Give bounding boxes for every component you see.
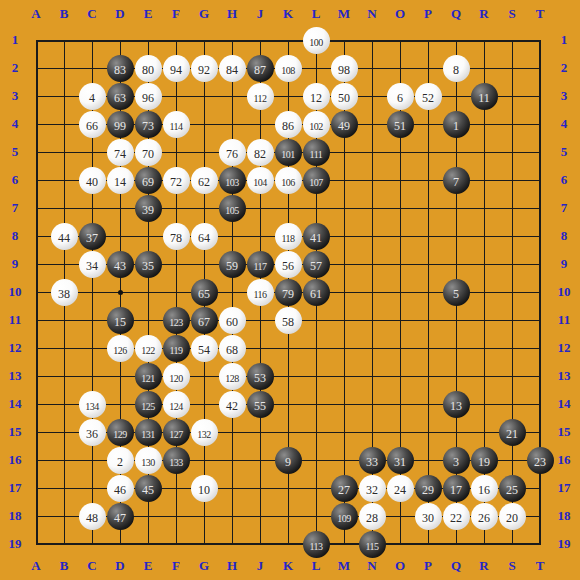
col-label-bottom-B: B bbox=[50, 559, 78, 573]
stone-white-J3[interactable]: 112 bbox=[247, 83, 274, 110]
move-number: 12 bbox=[310, 85, 322, 112]
col-label-top-Q: Q bbox=[442, 7, 470, 21]
row-label-right-12: 12 bbox=[550, 341, 578, 355]
stone-black-Q14[interactable]: 13 bbox=[443, 391, 470, 418]
stone-black-Q10[interactable]: 5 bbox=[443, 279, 470, 306]
move-number: 51 bbox=[394, 113, 406, 140]
move-number: 120 bbox=[169, 365, 183, 392]
move-number: 26 bbox=[478, 505, 490, 532]
move-number: 41 bbox=[310, 225, 322, 252]
stone-white-C14[interactable]: 134 bbox=[79, 391, 106, 418]
move-number: 44 bbox=[58, 225, 70, 252]
move-number: 30 bbox=[422, 505, 434, 532]
stone-black-L9[interactable]: 57 bbox=[303, 251, 330, 278]
row-label-left-1: 1 bbox=[1, 33, 29, 47]
col-label-bottom-O: O bbox=[386, 559, 414, 573]
stone-white-C15[interactable]: 36 bbox=[79, 419, 106, 446]
col-label-bottom-C: C bbox=[78, 559, 106, 573]
col-label-top-R: R bbox=[470, 7, 498, 21]
col-label-bottom-N: N bbox=[358, 559, 386, 573]
row-label-right-2: 2 bbox=[550, 61, 578, 75]
row-label-right-5: 5 bbox=[550, 145, 578, 159]
stone-black-K16[interactable]: 9 bbox=[275, 447, 302, 474]
move-number: 125 bbox=[141, 393, 155, 420]
row-label-right-11: 11 bbox=[550, 313, 578, 327]
stone-white-H11[interactable]: 60 bbox=[219, 307, 246, 334]
move-number: 42 bbox=[226, 393, 238, 420]
move-number: 74 bbox=[114, 141, 126, 168]
grid-vline bbox=[428, 40, 429, 545]
stone-black-E9[interactable]: 35 bbox=[135, 251, 162, 278]
row-label-left-19: 19 bbox=[1, 537, 29, 551]
row-label-left-4: 4 bbox=[1, 117, 29, 131]
move-number: 124 bbox=[169, 393, 183, 420]
move-number: 130 bbox=[141, 449, 155, 476]
move-number: 63 bbox=[114, 85, 126, 112]
move-number: 108 bbox=[281, 57, 295, 84]
col-label-top-K: K bbox=[274, 7, 302, 21]
move-number: 20 bbox=[506, 505, 518, 532]
stone-white-L3[interactable]: 12 bbox=[303, 83, 330, 110]
col-label-bottom-K: K bbox=[274, 559, 302, 573]
move-number: 127 bbox=[169, 421, 183, 448]
move-number: 45 bbox=[142, 477, 154, 504]
col-label-bottom-E: E bbox=[134, 559, 162, 573]
row-label-left-16: 16 bbox=[1, 453, 29, 467]
move-number: 40 bbox=[86, 169, 98, 196]
move-number: 128 bbox=[225, 365, 239, 392]
stone-black-F11[interactable]: 123 bbox=[163, 307, 190, 334]
move-number: 61 bbox=[310, 281, 322, 308]
stone-white-K9[interactable]: 56 bbox=[275, 251, 302, 278]
stone-white-K2[interactable]: 108 bbox=[275, 55, 302, 82]
stone-white-C6[interactable]: 40 bbox=[79, 167, 106, 194]
stone-black-F15[interactable]: 127 bbox=[163, 419, 190, 446]
stone-black-E15[interactable]: 131 bbox=[135, 419, 162, 446]
stone-black-Q6[interactable]: 7 bbox=[443, 167, 470, 194]
col-label-bottom-L: L bbox=[302, 559, 330, 573]
stone-black-E13[interactable]: 121 bbox=[135, 363, 162, 390]
stone-black-J9[interactable]: 117 bbox=[247, 251, 274, 278]
move-number: 49 bbox=[338, 113, 350, 140]
move-number: 117 bbox=[253, 253, 266, 280]
col-label-bottom-S: S bbox=[498, 559, 526, 573]
stone-black-J13[interactable]: 53 bbox=[247, 363, 274, 390]
stone-black-L10[interactable]: 61 bbox=[303, 279, 330, 306]
stone-white-B8[interactable]: 44 bbox=[51, 223, 78, 250]
stone-white-J6[interactable]: 104 bbox=[247, 167, 274, 194]
move-number: 126 bbox=[113, 337, 127, 364]
stone-black-E6[interactable]: 69 bbox=[135, 167, 162, 194]
move-number: 13 bbox=[450, 393, 462, 420]
col-label-top-E: E bbox=[134, 7, 162, 21]
stone-black-T16[interactable]: 23 bbox=[527, 447, 554, 474]
move-number: 39 bbox=[142, 197, 154, 224]
stone-white-M3[interactable]: 50 bbox=[331, 83, 358, 110]
stone-white-F6[interactable]: 72 bbox=[163, 167, 190, 194]
row-label-right-7: 7 bbox=[550, 201, 578, 215]
stone-black-E17[interactable]: 45 bbox=[135, 475, 162, 502]
move-number: 98 bbox=[338, 57, 350, 84]
row-label-right-16: 16 bbox=[550, 453, 578, 467]
stone-black-L19[interactable]: 113 bbox=[303, 531, 330, 558]
move-number: 96 bbox=[142, 85, 154, 112]
stone-black-G10[interactable]: 65 bbox=[191, 279, 218, 306]
stone-black-C8[interactable]: 37 bbox=[79, 223, 106, 250]
row-label-right-8: 8 bbox=[550, 229, 578, 243]
move-number: 29 bbox=[422, 477, 434, 504]
stone-white-D17[interactable]: 46 bbox=[107, 475, 134, 502]
row-label-right-14: 14 bbox=[550, 397, 578, 411]
move-number: 86 bbox=[282, 113, 294, 140]
stone-white-G6[interactable]: 62 bbox=[191, 167, 218, 194]
col-label-bottom-T: T bbox=[526, 559, 554, 573]
stone-white-N18[interactable]: 28 bbox=[359, 503, 386, 530]
move-number: 28 bbox=[366, 505, 378, 532]
move-number: 76 bbox=[226, 141, 238, 168]
stone-white-S18[interactable]: 20 bbox=[499, 503, 526, 530]
row-label-right-10: 10 bbox=[550, 285, 578, 299]
move-number: 27 bbox=[338, 477, 350, 504]
move-number: 92 bbox=[198, 57, 210, 84]
stone-black-S15[interactable]: 21 bbox=[499, 419, 526, 446]
move-number: 87 bbox=[254, 57, 266, 84]
col-label-top-H: H bbox=[218, 7, 246, 21]
move-number: 1 bbox=[453, 113, 459, 140]
move-number: 54 bbox=[198, 337, 210, 364]
move-number: 109 bbox=[337, 505, 351, 532]
stone-white-G2[interactable]: 92 bbox=[191, 55, 218, 82]
stone-white-G12[interactable]: 54 bbox=[191, 335, 218, 362]
col-label-bottom-M: M bbox=[330, 559, 358, 573]
stone-white-B10[interactable]: 38 bbox=[51, 279, 78, 306]
col-label-top-T: T bbox=[526, 7, 554, 21]
move-number: 113 bbox=[309, 533, 322, 560]
move-number: 31 bbox=[394, 449, 406, 476]
move-number: 101 bbox=[281, 141, 295, 168]
stone-white-R18[interactable]: 26 bbox=[471, 503, 498, 530]
move-number: 66 bbox=[86, 113, 98, 140]
move-number: 8 bbox=[453, 57, 459, 84]
row-label-left-10: 10 bbox=[1, 285, 29, 299]
row-label-left-13: 13 bbox=[1, 369, 29, 383]
stone-white-E12[interactable]: 122 bbox=[135, 335, 162, 362]
stone-black-H7[interactable]: 105 bbox=[219, 195, 246, 222]
stone-black-F16[interactable]: 133 bbox=[163, 447, 190, 474]
stone-black-M4[interactable]: 49 bbox=[331, 111, 358, 138]
col-label-top-N: N bbox=[358, 7, 386, 21]
row-label-left-5: 5 bbox=[1, 145, 29, 159]
stone-black-K5[interactable]: 101 bbox=[275, 139, 302, 166]
move-number: 62 bbox=[198, 169, 210, 196]
move-number: 32 bbox=[366, 477, 378, 504]
row-label-left-17: 17 bbox=[1, 481, 29, 495]
stone-white-H5[interactable]: 76 bbox=[219, 139, 246, 166]
stone-white-D12[interactable]: 126 bbox=[107, 335, 134, 362]
stone-white-Q18[interactable]: 22 bbox=[443, 503, 470, 530]
row-label-left-8: 8 bbox=[1, 229, 29, 243]
stone-black-D9[interactable]: 43 bbox=[107, 251, 134, 278]
stone-white-H12[interactable]: 68 bbox=[219, 335, 246, 362]
move-number: 123 bbox=[169, 309, 183, 336]
stone-white-Q2[interactable]: 8 bbox=[443, 55, 470, 82]
move-number: 35 bbox=[142, 253, 154, 280]
col-label-top-B: B bbox=[50, 7, 78, 21]
col-label-top-O: O bbox=[386, 7, 414, 21]
move-number: 55 bbox=[254, 393, 266, 420]
move-number: 111 bbox=[310, 141, 323, 168]
move-number: 105 bbox=[225, 197, 239, 224]
stone-black-D2[interactable]: 83 bbox=[107, 55, 134, 82]
row-label-left-14: 14 bbox=[1, 397, 29, 411]
move-number: 116 bbox=[253, 281, 266, 308]
stone-black-Q17[interactable]: 17 bbox=[443, 475, 470, 502]
col-label-bottom-A: A bbox=[22, 559, 50, 573]
move-number: 69 bbox=[142, 169, 154, 196]
stone-black-L5[interactable]: 111 bbox=[303, 139, 330, 166]
row-label-left-3: 3 bbox=[1, 89, 29, 103]
move-number: 43 bbox=[114, 253, 126, 280]
stone-white-D6[interactable]: 14 bbox=[107, 167, 134, 194]
stone-black-O4[interactable]: 51 bbox=[387, 111, 414, 138]
stone-black-D4[interactable]: 99 bbox=[107, 111, 134, 138]
row-label-right-1: 1 bbox=[550, 33, 578, 47]
stone-black-O16[interactable]: 31 bbox=[387, 447, 414, 474]
row-label-left-2: 2 bbox=[1, 61, 29, 75]
move-number: 68 bbox=[226, 337, 238, 364]
stone-white-P3[interactable]: 52 bbox=[415, 83, 442, 110]
stone-white-L1[interactable]: 100 bbox=[303, 27, 330, 54]
go-board-diagram: AABBCCDDEEFFGGHHJJKKLLMMNNOOPPQQRRSSTT11… bbox=[0, 0, 580, 580]
move-number: 24 bbox=[394, 477, 406, 504]
move-number: 83 bbox=[114, 57, 126, 84]
move-number: 100 bbox=[309, 29, 323, 56]
stone-black-S17[interactable]: 25 bbox=[499, 475, 526, 502]
move-number: 57 bbox=[310, 253, 322, 280]
stone-white-K11[interactable]: 58 bbox=[275, 307, 302, 334]
stone-white-O17[interactable]: 24 bbox=[387, 475, 414, 502]
row-label-right-18: 18 bbox=[550, 509, 578, 523]
stone-white-H2[interactable]: 84 bbox=[219, 55, 246, 82]
move-number: 4 bbox=[89, 85, 95, 112]
row-label-left-15: 15 bbox=[1, 425, 29, 439]
move-number: 50 bbox=[338, 85, 350, 112]
stone-black-E14[interactable]: 125 bbox=[135, 391, 162, 418]
move-number: 11 bbox=[478, 85, 490, 112]
row-label-right-6: 6 bbox=[550, 173, 578, 187]
row-label-left-7: 7 bbox=[1, 201, 29, 215]
move-number: 19 bbox=[478, 449, 490, 476]
stone-white-J10[interactable]: 116 bbox=[247, 279, 274, 306]
stone-black-K10[interactable]: 79 bbox=[275, 279, 302, 306]
col-label-bottom-Q: Q bbox=[442, 559, 470, 573]
move-number: 80 bbox=[142, 57, 154, 84]
move-number: 112 bbox=[253, 85, 266, 112]
stone-white-F4[interactable]: 114 bbox=[163, 111, 190, 138]
stone-black-Q4[interactable]: 1 bbox=[443, 111, 470, 138]
stone-white-K6[interactable]: 106 bbox=[275, 167, 302, 194]
move-number: 73 bbox=[142, 113, 154, 140]
stone-white-F14[interactable]: 124 bbox=[163, 391, 190, 418]
stone-white-K4[interactable]: 86 bbox=[275, 111, 302, 138]
row-label-right-4: 4 bbox=[550, 117, 578, 131]
stone-white-P18[interactable]: 30 bbox=[415, 503, 442, 530]
stone-black-H6[interactable]: 103 bbox=[219, 167, 246, 194]
stone-black-N19[interactable]: 115 bbox=[359, 531, 386, 558]
move-number: 133 bbox=[169, 449, 183, 476]
move-number: 78 bbox=[170, 225, 182, 252]
col-label-bottom-P: P bbox=[414, 559, 442, 573]
move-number: 60 bbox=[226, 309, 238, 336]
move-number: 102 bbox=[309, 113, 323, 140]
col-label-top-D: D bbox=[106, 7, 134, 21]
stone-white-C9[interactable]: 34 bbox=[79, 251, 106, 278]
row-label-left-11: 11 bbox=[1, 313, 29, 327]
stone-white-C4[interactable]: 66 bbox=[79, 111, 106, 138]
move-number: 38 bbox=[58, 281, 70, 308]
row-label-right-13: 13 bbox=[550, 369, 578, 383]
stone-black-M17[interactable]: 27 bbox=[331, 475, 358, 502]
stone-black-P17[interactable]: 29 bbox=[415, 475, 442, 502]
col-label-bottom-D: D bbox=[106, 559, 134, 573]
stone-white-E2[interactable]: 80 bbox=[135, 55, 162, 82]
move-number: 70 bbox=[142, 141, 154, 168]
stone-white-M2[interactable]: 98 bbox=[331, 55, 358, 82]
col-label-bottom-F: F bbox=[162, 559, 190, 573]
stone-white-R17[interactable]: 16 bbox=[471, 475, 498, 502]
move-number: 121 bbox=[141, 365, 155, 392]
stone-black-D11[interactable]: 15 bbox=[107, 307, 134, 334]
move-number: 25 bbox=[506, 477, 518, 504]
stone-black-G11[interactable]: 67 bbox=[191, 307, 218, 334]
stone-white-F2[interactable]: 94 bbox=[163, 55, 190, 82]
stone-black-D18[interactable]: 47 bbox=[107, 503, 134, 530]
stone-white-E5[interactable]: 70 bbox=[135, 139, 162, 166]
move-number: 118 bbox=[281, 225, 294, 252]
move-number: 104 bbox=[253, 169, 267, 196]
stone-black-L8[interactable]: 41 bbox=[303, 223, 330, 250]
col-label-top-L: L bbox=[302, 7, 330, 21]
grid-vline bbox=[512, 40, 513, 545]
move-number: 82 bbox=[254, 141, 266, 168]
hoshi-D10 bbox=[118, 290, 123, 295]
col-label-bottom-R: R bbox=[470, 559, 498, 573]
stone-white-G15[interactable]: 132 bbox=[191, 419, 218, 446]
stone-black-N16[interactable]: 33 bbox=[359, 447, 386, 474]
move-number: 59 bbox=[226, 253, 238, 280]
stone-black-E7[interactable]: 39 bbox=[135, 195, 162, 222]
row-label-left-18: 18 bbox=[1, 509, 29, 523]
move-number: 132 bbox=[197, 421, 211, 448]
stone-white-C18[interactable]: 48 bbox=[79, 503, 106, 530]
col-label-top-S: S bbox=[498, 7, 526, 21]
move-number: 3 bbox=[453, 449, 459, 476]
move-number: 16 bbox=[478, 477, 490, 504]
stone-white-D16[interactable]: 2 bbox=[107, 447, 134, 474]
stone-black-H9[interactable]: 59 bbox=[219, 251, 246, 278]
col-label-top-A: A bbox=[22, 7, 50, 21]
stone-white-E3[interactable]: 96 bbox=[135, 83, 162, 110]
row-label-right-17: 17 bbox=[550, 481, 578, 495]
move-number: 72 bbox=[170, 169, 182, 196]
stone-black-E4[interactable]: 73 bbox=[135, 111, 162, 138]
stone-white-F8[interactable]: 78 bbox=[163, 223, 190, 250]
move-number: 22 bbox=[450, 505, 462, 532]
row-label-right-9: 9 bbox=[550, 257, 578, 271]
move-number: 7 bbox=[453, 169, 459, 196]
move-number: 48 bbox=[86, 505, 98, 532]
move-number: 106 bbox=[281, 169, 295, 196]
move-number: 2 bbox=[117, 449, 123, 476]
move-number: 23 bbox=[534, 449, 546, 476]
move-number: 17 bbox=[450, 477, 462, 504]
stone-white-G8[interactable]: 64 bbox=[191, 223, 218, 250]
move-number: 33 bbox=[366, 449, 378, 476]
stone-white-H14[interactable]: 42 bbox=[219, 391, 246, 418]
move-number: 122 bbox=[141, 337, 155, 364]
move-number: 10 bbox=[198, 477, 210, 504]
stone-white-K8[interactable]: 118 bbox=[275, 223, 302, 250]
stone-black-L6[interactable]: 107 bbox=[303, 167, 330, 194]
stone-white-D5[interactable]: 74 bbox=[107, 139, 134, 166]
move-number: 58 bbox=[282, 309, 294, 336]
move-number: 36 bbox=[86, 421, 98, 448]
move-number: 79 bbox=[282, 281, 294, 308]
stone-black-D15[interactable]: 129 bbox=[107, 419, 134, 446]
stone-black-Q16[interactable]: 3 bbox=[443, 447, 470, 474]
row-label-left-9: 9 bbox=[1, 257, 29, 271]
row-label-right-15: 15 bbox=[550, 425, 578, 439]
move-number: 5 bbox=[453, 281, 459, 308]
move-number: 34 bbox=[86, 253, 98, 280]
stone-black-J14[interactable]: 55 bbox=[247, 391, 274, 418]
move-number: 67 bbox=[198, 309, 210, 336]
stone-black-M18[interactable]: 109 bbox=[331, 503, 358, 530]
stone-white-G17[interactable]: 10 bbox=[191, 475, 218, 502]
col-label-top-C: C bbox=[78, 7, 106, 21]
move-number: 134 bbox=[85, 393, 99, 420]
move-number: 47 bbox=[114, 505, 126, 532]
move-number: 52 bbox=[422, 85, 434, 112]
move-number: 119 bbox=[169, 337, 182, 364]
stone-black-R3[interactable]: 11 bbox=[471, 83, 498, 110]
move-number: 15 bbox=[114, 309, 126, 336]
stone-white-O3[interactable]: 6 bbox=[387, 83, 414, 110]
col-label-bottom-H: H bbox=[218, 559, 246, 573]
move-number: 103 bbox=[225, 169, 239, 196]
stone-white-C3[interactable]: 4 bbox=[79, 83, 106, 110]
stone-white-E16[interactable]: 130 bbox=[135, 447, 162, 474]
stone-white-N17[interactable]: 32 bbox=[359, 475, 386, 502]
move-number: 37 bbox=[86, 225, 98, 252]
move-number: 6 bbox=[397, 85, 403, 112]
move-number: 14 bbox=[114, 169, 126, 196]
col-label-top-M: M bbox=[330, 7, 358, 21]
stone-black-D3[interactable]: 63 bbox=[107, 83, 134, 110]
col-label-top-F: F bbox=[162, 7, 190, 21]
stone-white-J5[interactable]: 82 bbox=[247, 139, 274, 166]
stone-white-H13[interactable]: 128 bbox=[219, 363, 246, 390]
col-label-top-G: G bbox=[190, 7, 218, 21]
row-label-right-3: 3 bbox=[550, 89, 578, 103]
stone-black-J2[interactable]: 87 bbox=[247, 55, 274, 82]
stone-white-L4[interactable]: 102 bbox=[303, 111, 330, 138]
stone-black-F12[interactable]: 119 bbox=[163, 335, 190, 362]
move-number: 53 bbox=[254, 365, 266, 392]
stone-black-R16[interactable]: 19 bbox=[471, 447, 498, 474]
stone-white-F13[interactable]: 120 bbox=[163, 363, 190, 390]
move-number: 56 bbox=[282, 253, 294, 280]
